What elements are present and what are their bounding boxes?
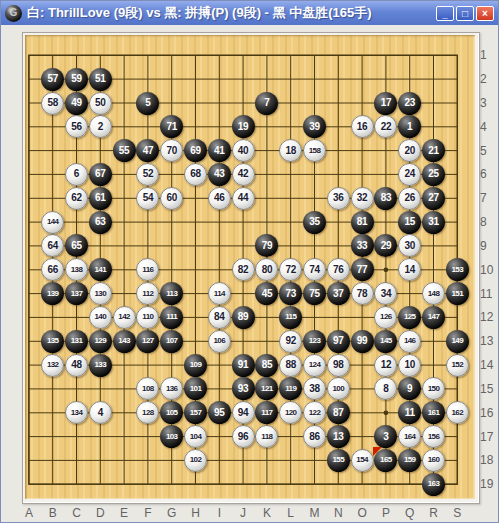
black-stone-55: 55 — [113, 139, 136, 162]
move-number: 65 — [71, 241, 82, 251]
move-number: 118 — [261, 432, 272, 442]
black-stone-137: 137 — [65, 282, 88, 305]
white-stone-62: 62 — [65, 187, 88, 210]
white-stone-106: 106 — [208, 330, 231, 353]
move-number: 78 — [357, 289, 368, 299]
white-stone-88: 88 — [279, 354, 302, 377]
move-number: 68 — [190, 169, 201, 179]
white-stone-42: 42 — [232, 163, 255, 186]
move-number: 103 — [166, 432, 178, 442]
title-bar[interactable]: G 白: ThrillLove (9段) vs 黑: 拼搏(P) (9段) - … — [1, 1, 498, 25]
move-number: 97 — [333, 336, 344, 346]
row-label-8: 8 — [480, 215, 499, 229]
move-number: 129 — [95, 336, 107, 346]
white-stone-16: 16 — [351, 115, 374, 138]
black-stone-27: 27 — [422, 187, 445, 210]
black-stone-35: 35 — [303, 211, 326, 234]
move-number: 6 — [74, 169, 79, 179]
move-number: 74 — [309, 265, 320, 275]
move-number: 109 — [190, 360, 202, 370]
move-number: 100 — [333, 384, 345, 394]
white-stone-162: 162 — [446, 401, 469, 424]
black-stone-95: 95 — [208, 401, 231, 424]
move-number: 149 — [452, 336, 464, 346]
black-stone-133: 133 — [89, 354, 112, 377]
move-number: 79 — [262, 241, 273, 251]
move-number: 153 — [452, 265, 464, 275]
move-number: 105 — [166, 408, 178, 418]
white-stone-36: 36 — [327, 187, 350, 210]
white-stone-84: 84 — [208, 306, 231, 329]
move-number: 161 — [428, 408, 440, 418]
move-number: 142 — [118, 312, 130, 322]
move-number: 66 — [47, 265, 58, 275]
move-number: 58 — [47, 98, 58, 108]
move-number: 91 — [238, 360, 249, 370]
white-stone-130: 130 — [89, 282, 112, 305]
row-label-15: 15 — [480, 382, 499, 396]
move-number: 16 — [357, 122, 368, 132]
move-number: 19 — [238, 122, 249, 132]
move-number: 159 — [404, 455, 416, 465]
white-stone-140: 140 — [89, 306, 112, 329]
col-label-Q: Q — [402, 506, 418, 520]
move-number: 56 — [71, 122, 82, 132]
col-label-E: E — [116, 506, 132, 520]
move-number: 148 — [428, 289, 440, 299]
move-number: 23 — [404, 98, 415, 108]
black-stone-151: 151 — [446, 282, 469, 305]
black-stone-61: 61 — [89, 187, 112, 210]
move-number: 9 — [407, 384, 412, 394]
move-number: 22 — [381, 122, 392, 132]
move-number: 126 — [380, 312, 392, 322]
move-number: 27 — [428, 193, 439, 203]
black-stone-21: 21 — [422, 139, 445, 162]
black-stone-91: 91 — [232, 354, 255, 377]
white-stone-132: 132 — [41, 354, 64, 377]
move-number: 4 — [98, 408, 103, 418]
row-label-6: 6 — [480, 167, 499, 181]
close-button[interactable]: × — [476, 6, 494, 21]
col-label-O: O — [354, 506, 370, 520]
move-number: 136 — [166, 384, 178, 394]
move-number: 34 — [381, 289, 392, 299]
white-stone-44: 44 — [232, 187, 255, 210]
move-number: 29 — [381, 241, 392, 251]
move-number: 76 — [333, 265, 344, 275]
row-label-17: 17 — [480, 430, 499, 444]
white-stone-104: 104 — [184, 425, 207, 448]
move-number: 135 — [47, 336, 59, 346]
move-number: 86 — [309, 432, 320, 442]
black-stone-43: 43 — [208, 163, 231, 186]
move-number: 113 — [166, 289, 177, 299]
move-number: 5 — [145, 98, 150, 108]
white-stone-142: 142 — [113, 306, 136, 329]
col-label-F: F — [140, 506, 156, 520]
black-stone-33: 33 — [351, 234, 374, 257]
move-number: 59 — [71, 74, 82, 84]
black-stone-111: 111 — [160, 306, 183, 329]
move-number: 46 — [214, 193, 225, 203]
goban: 5759515849505717235627119391622155477069… — [25, 35, 475, 499]
black-stone-143: 143 — [113, 330, 136, 353]
black-stone-147: 147 — [422, 306, 445, 329]
move-number: 128 — [142, 408, 154, 418]
row-label-12: 12 — [480, 310, 499, 324]
row-label-5: 5 — [480, 144, 499, 158]
move-number: 116 — [142, 265, 153, 275]
move-number: 162 — [452, 408, 464, 418]
white-stone-94: 94 — [232, 401, 255, 424]
move-number: 98 — [333, 360, 344, 370]
move-number: 33 — [357, 241, 368, 251]
move-number: 108 — [142, 384, 154, 394]
black-stone-129: 129 — [89, 330, 112, 353]
row-label-2: 2 — [480, 72, 499, 86]
move-number: 117 — [261, 408, 272, 418]
move-number: 154 — [356, 455, 368, 465]
move-number: 61 — [95, 193, 106, 203]
move-number: 144 — [47, 217, 59, 227]
black-stone-153: 153 — [446, 258, 469, 281]
maximize-button[interactable]: □ — [456, 6, 474, 21]
white-stone-98: 98 — [327, 354, 350, 377]
white-stone-48: 48 — [65, 354, 88, 377]
row-label-1: 1 — [480, 48, 499, 62]
black-stone-13: 13 — [327, 425, 350, 448]
move-number: 110 — [142, 312, 153, 322]
move-number: 42 — [238, 169, 249, 179]
move-number: 107 — [166, 336, 178, 346]
move-number: 156 — [428, 432, 440, 442]
move-number: 55 — [119, 146, 130, 156]
col-label-J: J — [235, 506, 251, 520]
black-stone-63: 63 — [89, 211, 112, 234]
move-number: 82 — [238, 265, 249, 275]
col-label-A: A — [21, 506, 37, 520]
white-stone-78: 78 — [351, 282, 374, 305]
move-number: 84 — [214, 312, 225, 322]
col-label-M: M — [307, 506, 323, 520]
move-number: 132 — [47, 360, 59, 370]
white-stone-2: 2 — [89, 115, 112, 138]
move-number: 54 — [143, 193, 154, 203]
black-stone-77: 77 — [351, 258, 374, 281]
white-stone-92: 92 — [279, 330, 302, 353]
move-number: 30 — [404, 241, 415, 251]
black-stone-149: 149 — [446, 330, 469, 353]
move-number: 119 — [285, 384, 296, 394]
row-label-13: 13 — [480, 334, 499, 348]
row-label-4: 4 — [480, 120, 499, 134]
col-label-R: R — [426, 506, 442, 520]
move-number: 38 — [309, 384, 320, 394]
move-number: 114 — [214, 289, 225, 299]
move-number: 31 — [428, 217, 439, 227]
move-number: 120 — [285, 408, 297, 418]
row-label-7: 7 — [480, 191, 499, 205]
black-stone-25: 25 — [422, 163, 445, 186]
move-number: 15 — [404, 217, 415, 227]
move-number: 155 — [333, 455, 345, 465]
black-stone-23: 23 — [398, 92, 421, 115]
move-number: 163 — [428, 479, 440, 489]
col-label-I: I — [211, 506, 227, 520]
move-number: 95 — [214, 408, 225, 418]
black-stone-115: 115 — [279, 306, 302, 329]
black-stone-75: 75 — [303, 282, 326, 305]
move-number: 49 — [71, 98, 82, 108]
move-number: 45 — [262, 289, 273, 299]
move-number: 160 — [428, 455, 440, 465]
move-number: 75 — [309, 289, 320, 299]
move-number: 125 — [404, 312, 416, 322]
move-number: 20 — [404, 146, 415, 156]
row-label-11: 11 — [480, 287, 499, 301]
white-stone-154: 154 — [351, 449, 374, 472]
white-stone-156: 156 — [422, 425, 445, 448]
move-number: 70 — [166, 146, 177, 156]
move-number: 87 — [333, 408, 344, 418]
move-number: 83 — [381, 193, 392, 203]
black-stone-123: 123 — [303, 330, 326, 353]
move-number: 151 — [452, 289, 464, 299]
black-stone-109: 109 — [184, 354, 207, 377]
move-number: 57 — [47, 74, 58, 84]
white-stone-76: 76 — [327, 258, 350, 281]
move-number: 8 — [383, 384, 388, 394]
move-number: 10 — [404, 360, 415, 370]
white-stone-24: 24 — [398, 163, 421, 186]
black-stone-125: 125 — [398, 306, 421, 329]
white-stone-82: 82 — [232, 258, 255, 281]
col-label-C: C — [69, 506, 85, 520]
white-stone-146: 146 — [398, 330, 421, 353]
move-number: 134 — [71, 408, 83, 418]
black-stone-81: 81 — [351, 211, 374, 234]
black-stone-37: 37 — [327, 282, 350, 305]
move-number: 40 — [238, 146, 249, 156]
window-buttons: _ □ × — [436, 6, 494, 21]
white-stone-96: 96 — [232, 425, 255, 448]
move-number: 64 — [47, 241, 58, 251]
move-number: 145 — [380, 336, 392, 346]
white-stone-32: 32 — [351, 187, 374, 210]
black-stone-159: 159 — [398, 449, 421, 472]
move-number: 52 — [143, 169, 154, 179]
move-number: 99 — [357, 336, 368, 346]
row-label-9: 9 — [480, 239, 499, 253]
col-label-G: G — [164, 506, 180, 520]
move-number: 158 — [309, 146, 321, 156]
move-number: 50 — [95, 98, 106, 108]
move-number: 72 — [285, 265, 296, 275]
col-label-K: K — [259, 506, 275, 520]
white-stone-10: 10 — [398, 354, 421, 377]
black-stone-135: 135 — [41, 330, 64, 353]
white-stone-46: 46 — [208, 187, 231, 210]
move-number: 36 — [333, 193, 344, 203]
move-number: 80 — [262, 265, 273, 275]
move-number: 32 — [357, 193, 368, 203]
move-number: 96 — [238, 432, 249, 442]
black-stone-131: 131 — [65, 330, 88, 353]
move-number: 131 — [71, 336, 83, 346]
move-number: 1 — [407, 122, 412, 132]
black-stone-31: 31 — [422, 211, 445, 234]
white-stone-160: 160 — [422, 449, 445, 472]
move-number: 77 — [357, 265, 368, 275]
minimize-button[interactable]: _ — [436, 6, 454, 21]
black-stone-87: 87 — [327, 401, 350, 424]
move-number: 21 — [428, 146, 439, 156]
col-label-N: N — [330, 506, 346, 520]
black-stone-89: 89 — [232, 306, 255, 329]
row-label-18: 18 — [480, 453, 499, 467]
move-number: 47 — [143, 146, 154, 156]
move-number: 122 — [309, 408, 321, 418]
row-label-16: 16 — [480, 406, 499, 420]
black-stone-15: 15 — [398, 211, 421, 234]
black-stone-51: 51 — [89, 68, 112, 91]
move-number: 2 — [98, 122, 103, 132]
move-number: 67 — [95, 169, 106, 179]
move-number: 112 — [142, 289, 153, 299]
row-label-3: 3 — [480, 96, 499, 110]
move-number: 94 — [238, 408, 249, 418]
black-stone-97: 97 — [327, 330, 350, 353]
move-number: 81 — [357, 217, 368, 227]
move-number: 133 — [95, 360, 107, 370]
col-label-D: D — [92, 506, 108, 520]
move-number: 18 — [285, 146, 296, 156]
move-number: 7 — [264, 98, 269, 108]
black-stone-19: 19 — [232, 115, 255, 138]
move-number: 13 — [333, 432, 344, 442]
black-stone-7: 7 — [255, 92, 278, 115]
row-label-19: 19 — [480, 477, 499, 491]
move-number: 39 — [309, 122, 320, 132]
move-number: 101 — [190, 384, 202, 394]
white-stone-4: 4 — [89, 401, 112, 424]
move-number: 44 — [238, 193, 249, 203]
move-number: 164 — [404, 432, 416, 442]
black-stone-59: 59 — [65, 68, 88, 91]
move-number: 14 — [404, 265, 415, 275]
col-label-P: P — [378, 506, 394, 520]
white-stone-50: 50 — [89, 92, 112, 115]
move-number: 60 — [166, 193, 177, 203]
move-number: 102 — [190, 455, 202, 465]
move-number: 12 — [381, 360, 392, 370]
move-number: 106 — [214, 336, 226, 346]
white-stone-86: 86 — [303, 425, 326, 448]
white-stone-12: 12 — [374, 354, 397, 377]
black-stone-67: 67 — [89, 163, 112, 186]
move-number: 43 — [214, 169, 225, 179]
move-number: 92 — [285, 336, 296, 346]
move-number: 138 — [71, 265, 83, 275]
move-number: 157 — [190, 408, 202, 418]
col-label-S: S — [449, 506, 465, 520]
black-stone-49: 49 — [65, 92, 88, 115]
move-number: 104 — [190, 432, 202, 442]
row-label-10: 10 — [480, 263, 499, 277]
move-number: 41 — [214, 146, 225, 156]
white-stone-26: 26 — [398, 187, 421, 210]
black-stone-41: 41 — [208, 139, 231, 162]
move-number: 11 — [405, 408, 415, 418]
white-stone-158: 158 — [303, 139, 326, 162]
col-label-L: L — [283, 506, 299, 520]
white-stone-114: 114 — [208, 282, 231, 305]
white-stone-6: 6 — [65, 163, 88, 186]
move-number: 71 — [166, 122, 177, 132]
black-stone-5: 5 — [136, 92, 159, 115]
black-stone-141: 141 — [89, 258, 112, 281]
move-number: 137 — [71, 289, 83, 299]
move-number: 123 — [309, 336, 321, 346]
move-number: 121 — [261, 384, 273, 394]
col-label-H: H — [188, 506, 204, 520]
move-number: 127 — [142, 336, 154, 346]
move-number: 150 — [428, 384, 440, 394]
move-number: 69 — [190, 146, 201, 156]
move-number: 88 — [285, 360, 296, 370]
move-number: 3 — [383, 432, 388, 442]
col-label-B: B — [45, 506, 61, 520]
white-stone-102: 102 — [184, 449, 207, 472]
white-stone-144: 144 — [41, 211, 64, 234]
black-stone-69: 69 — [184, 139, 207, 162]
move-number: 35 — [309, 217, 320, 227]
black-stone-85: 85 — [255, 354, 278, 377]
window-title: 白: ThrillLove (9段) vs 黑: 拼搏(P) (9段) - 黑 … — [27, 4, 436, 22]
move-number: 143 — [118, 336, 130, 346]
white-stone-60: 60 — [160, 187, 183, 210]
black-stone-93: 93 — [232, 377, 255, 400]
move-number: 37 — [333, 289, 344, 299]
move-number: 93 — [238, 384, 249, 394]
move-number: 62 — [71, 193, 82, 203]
move-number: 141 — [95, 265, 107, 275]
move-number: 124 — [309, 360, 321, 370]
white-stone-58: 58 — [41, 92, 64, 115]
move-number: 85 — [262, 360, 273, 370]
black-stone-99: 99 — [351, 330, 374, 353]
white-stone-152: 152 — [446, 354, 469, 377]
move-number: 139 — [47, 289, 59, 299]
move-number: 140 — [95, 312, 107, 322]
move-number: 48 — [71, 360, 82, 370]
move-number: 146 — [404, 336, 416, 346]
move-number: 89 — [238, 312, 249, 322]
black-stone-17: 17 — [374, 92, 397, 115]
move-number: 165 — [380, 455, 392, 465]
move-number: 130 — [95, 289, 107, 299]
move-number: 152 — [452, 360, 464, 370]
black-stone-57: 57 — [41, 68, 64, 91]
black-stone-155: 155 — [327, 449, 350, 472]
app-window: G 白: ThrillLove (9段) vs 黑: 拼搏(P) (9段) - … — [0, 0, 499, 523]
move-number: 51 — [95, 74, 106, 84]
move-number: 24 — [404, 169, 415, 179]
move-number: 25 — [428, 169, 439, 179]
move-number: 147 — [428, 312, 440, 322]
move-number: 73 — [285, 289, 296, 299]
